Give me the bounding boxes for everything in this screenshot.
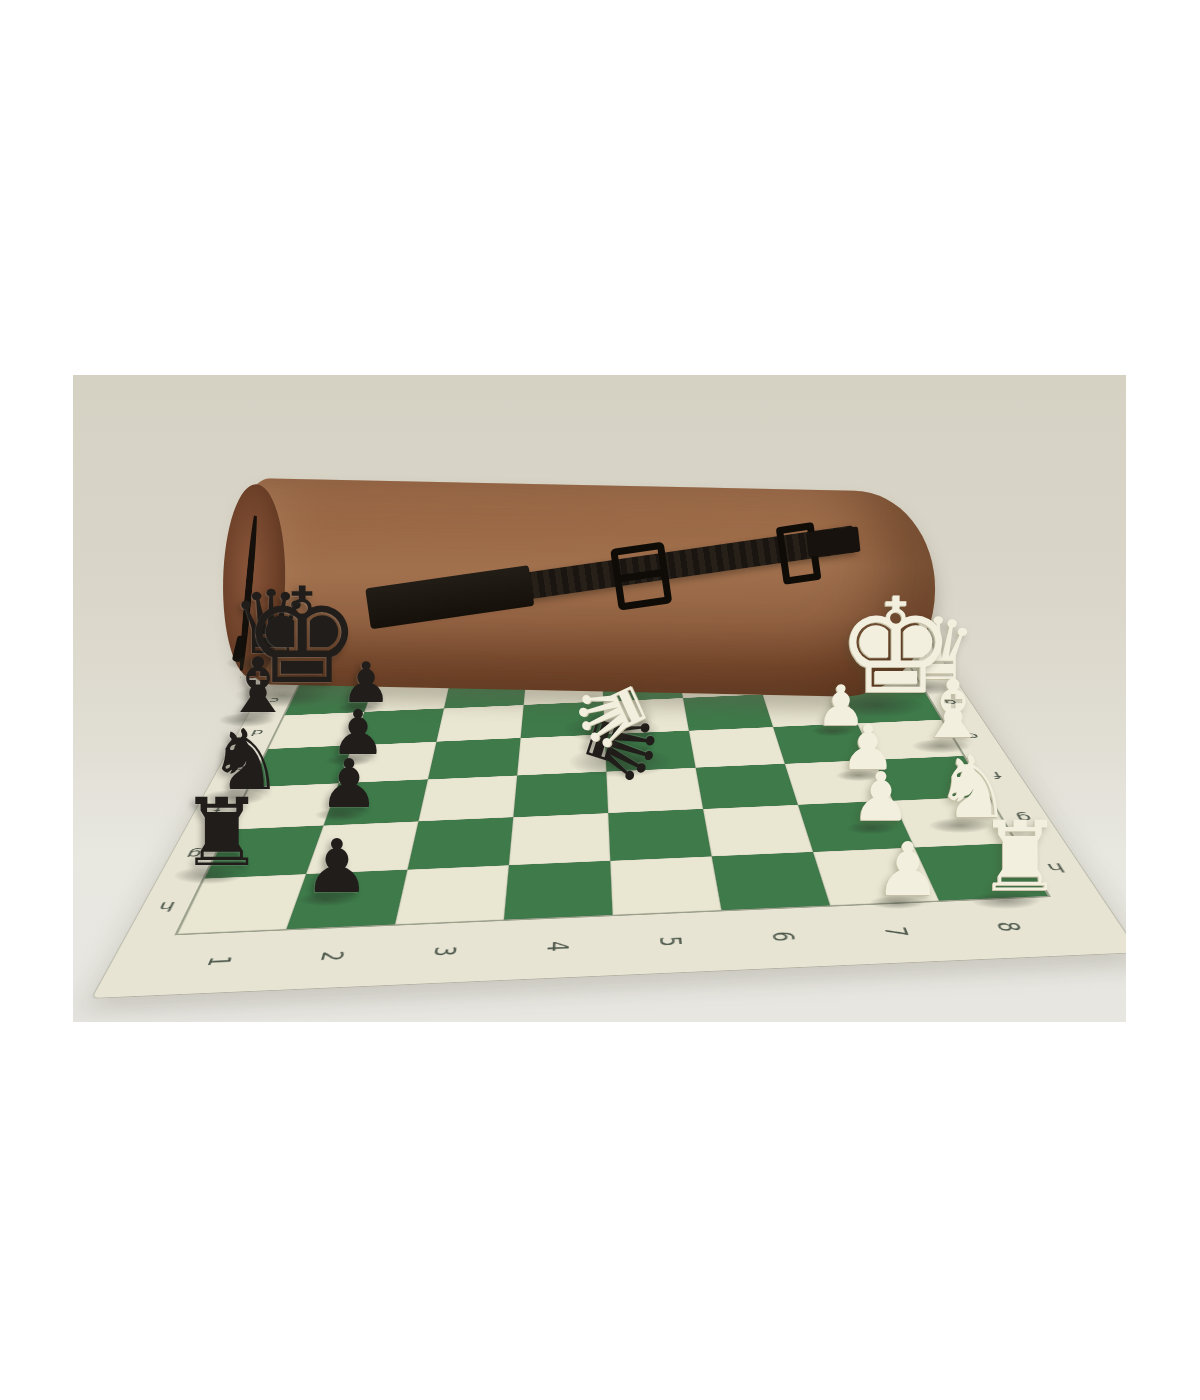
- piece-black-pawn-h2: ♟: [304, 829, 370, 903]
- square-h3: [395, 865, 509, 924]
- rank-label-6: 6: [722, 905, 849, 970]
- square-e3: [428, 738, 521, 779]
- square-d3: [436, 705, 523, 742]
- square-g5: [608, 809, 711, 861]
- strap-slide-buckle-icon: [610, 542, 672, 611]
- photo-scene: aa1bb2cc3dd4ee5ff6gg7hh8 ♛♚♝♞♜♟♟♟♟♛♚♝♞♜♟…: [73, 375, 1126, 1022]
- square-e6: [689, 727, 785, 767]
- square-f6: [696, 764, 798, 809]
- rank-label-3: 3: [382, 919, 503, 985]
- strap-tail: [806, 527, 860, 557]
- rank-label-1: 1: [148, 929, 286, 996]
- piece-white-rook-h8: ♜: [977, 809, 1063, 905]
- piece-black-pawn-g2: ♟: [319, 751, 379, 818]
- square-g4: [509, 813, 610, 865]
- square-g3: [408, 817, 514, 869]
- square-h4: [504, 861, 613, 920]
- piece-black-rook-h1: ♜: [180, 786, 264, 880]
- piece-white-pawn-g7: ♟: [851, 764, 911, 831]
- rank-label-5: 5: [613, 910, 731, 976]
- piece-white-pawn-h7: ♟: [875, 832, 941, 906]
- square-g6: [703, 805, 813, 856]
- square-h6: [712, 852, 831, 910]
- rank-label-2: 2: [265, 924, 395, 991]
- square-f3: [418, 775, 517, 821]
- rank-label-4: 4: [499, 915, 615, 981]
- square-h5: [610, 856, 721, 915]
- product-photo-page: aa1bb2cc3dd4ee5ff6gg7hh8 ♛♚♝♞♜♟♟♟♟♛♚♝♞♜♟…: [0, 0, 1200, 1400]
